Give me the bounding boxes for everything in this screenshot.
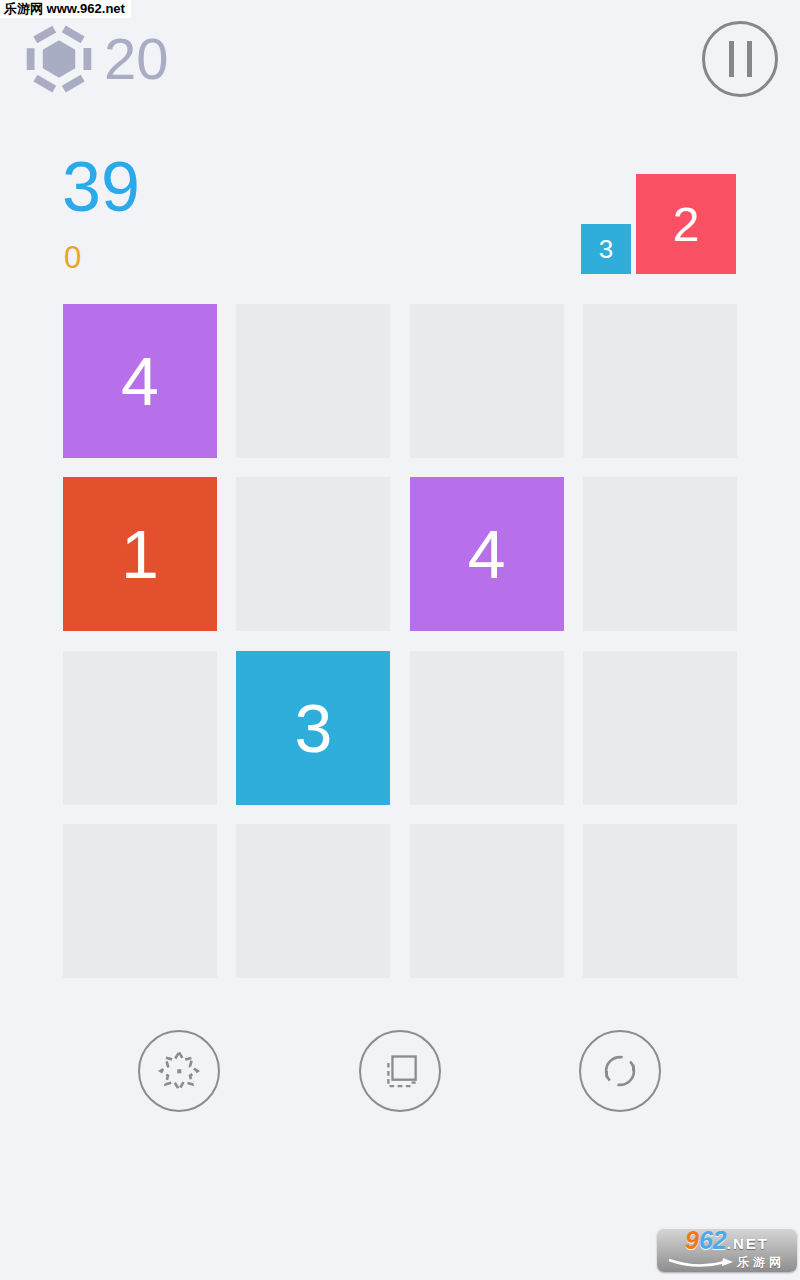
board-cell-r3c4[interactable]	[583, 651, 737, 805]
score-secondary: 0	[64, 240, 81, 276]
board-cell-r3c2[interactable]: 3	[236, 651, 390, 805]
site-watermark-top: 乐游网 www.962.net	[0, 0, 131, 18]
game-board: 4 1 4 3	[63, 304, 737, 978]
board-cell-r4c1[interactable]	[63, 824, 217, 978]
badge-digit-9: 9	[685, 1226, 699, 1254]
board-cell-r2c4[interactable]	[583, 477, 737, 631]
upcoming-tile-preview: 3	[581, 224, 631, 274]
board-cell-r2c1[interactable]: 1	[63, 477, 217, 631]
board-cell-r1c2[interactable]	[236, 304, 390, 458]
board-cell-r2c3[interactable]: 4	[410, 477, 564, 631]
board-cell-r3c1[interactable]	[63, 651, 217, 805]
board-cell-r4c2[interactable]	[236, 824, 390, 978]
site-watermark-badge: 962.NET 乐游网	[657, 1228, 797, 1272]
badge-net: .NET	[727, 1235, 769, 1252]
restart-button[interactable]	[579, 1030, 661, 1112]
score-value: 39	[62, 152, 140, 222]
badge-digit-62: 62	[699, 1226, 727, 1254]
hexagon-gem-icon	[20, 20, 98, 98]
pause-icon	[747, 41, 752, 77]
board-cell-r4c4[interactable]	[583, 824, 737, 978]
eight-point-star-icon	[150, 1042, 208, 1100]
swoosh-arrow-icon	[667, 1256, 733, 1270]
game-screen: 乐游网 www.962.net 20 39 0 2 3 4 1 4 3	[0, 0, 800, 1280]
pause-button[interactable]	[702, 21, 778, 97]
board-cell-r1c1[interactable]: 4	[63, 304, 217, 458]
badge-962-net: 962.NET	[685, 1228, 769, 1256]
gem-count: 20	[104, 22, 169, 96]
board-cell-r4c3[interactable]	[410, 824, 564, 978]
dashed-square-icon	[371, 1042, 429, 1100]
board-cell-r1c4[interactable]	[583, 304, 737, 458]
badge-cn-text: 乐游网	[737, 1254, 785, 1271]
board-cell-r3c3[interactable]	[410, 651, 564, 805]
board-cell-r2c2[interactable]	[236, 477, 390, 631]
grid-size-button[interactable]	[359, 1030, 441, 1112]
settings-button[interactable]	[138, 1030, 220, 1112]
pause-icon	[729, 41, 734, 77]
board-cell-r1c3[interactable]	[410, 304, 564, 458]
refresh-icon	[591, 1042, 649, 1100]
next-tile-preview: 2	[636, 174, 736, 274]
